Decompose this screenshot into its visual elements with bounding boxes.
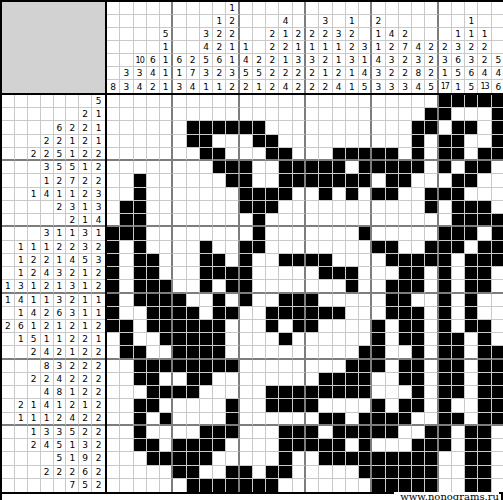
- cell-r20-c26[interactable]: [439, 346, 452, 359]
- cell-r22-c25[interactable]: [425, 373, 438, 386]
- cell-r7-c27[interactable]: [452, 174, 465, 187]
- cell-r14-c8[interactable]: [200, 267, 213, 280]
- cell-r16-c19[interactable]: [346, 294, 359, 307]
- cell-r9-c12[interactable]: [253, 201, 266, 214]
- cell-r4-c19[interactable]: [346, 135, 359, 148]
- cell-r30-c6[interactable]: [173, 479, 186, 492]
- cell-r9-c16[interactable]: [306, 201, 319, 214]
- cell-r11-c5[interactable]: [160, 227, 173, 240]
- cell-r28-c4[interactable]: [147, 452, 160, 465]
- cell-r23-c1[interactable]: [107, 386, 120, 399]
- cell-r4-c30[interactable]: [492, 135, 503, 148]
- cell-r19-c18[interactable]: [333, 333, 346, 346]
- cell-r30-c26[interactable]: [439, 479, 452, 492]
- cell-r2-c10[interactable]: [226, 108, 239, 121]
- cell-r15-c16[interactable]: [306, 280, 319, 293]
- cell-r2-c19[interactable]: [346, 108, 359, 121]
- cell-r1-c26[interactable]: [439, 95, 452, 108]
- cell-r10-c20[interactable]: [359, 214, 372, 227]
- cell-r7-c5[interactable]: [160, 174, 173, 187]
- cell-r14-c27[interactable]: [452, 267, 465, 280]
- cell-r20-c14[interactable]: [279, 346, 292, 359]
- cell-r27-c6[interactable]: [173, 439, 186, 452]
- cell-r6-c7[interactable]: [187, 161, 200, 174]
- cell-r16-c12[interactable]: [253, 294, 266, 307]
- cell-r14-c28[interactable]: [465, 267, 478, 280]
- cell-r10-c11[interactable]: [240, 214, 253, 227]
- cell-r22-c2[interactable]: [120, 373, 133, 386]
- cell-r26-c6[interactable]: [173, 426, 186, 439]
- cell-r12-c5[interactable]: [160, 241, 173, 254]
- cell-r6-c1[interactable]: [107, 161, 120, 174]
- cell-r19-c13[interactable]: [266, 333, 279, 346]
- cell-r2-c29[interactable]: [478, 108, 491, 121]
- cell-r28-c14[interactable]: [279, 452, 292, 465]
- cell-r8-c26[interactable]: [439, 188, 452, 201]
- cell-r15-c8[interactable]: [200, 280, 213, 293]
- cell-r10-c12[interactable]: [253, 214, 266, 227]
- cell-r8-c14[interactable]: [279, 188, 292, 201]
- cell-r2-c18[interactable]: [333, 108, 346, 121]
- cell-r18-c13[interactable]: [266, 320, 279, 333]
- cell-r24-c7[interactable]: [187, 399, 200, 412]
- cell-r26-c30[interactable]: [492, 426, 503, 439]
- cell-r21-c20[interactable]: [359, 360, 372, 373]
- cell-r5-c8[interactable]: [200, 148, 213, 161]
- cell-r7-c14[interactable]: [279, 174, 292, 187]
- cell-r26-c28[interactable]: [465, 426, 478, 439]
- cell-r22-c27[interactable]: [452, 373, 465, 386]
- cell-r13-c10[interactable]: [226, 254, 239, 267]
- cell-r14-c26[interactable]: [439, 267, 452, 280]
- cell-r10-c22[interactable]: [386, 214, 399, 227]
- cell-r18-c2[interactable]: [120, 320, 133, 333]
- cell-r11-c11[interactable]: [240, 227, 253, 240]
- cell-r16-c23[interactable]: [399, 294, 412, 307]
- cell-r5-c29[interactable]: [478, 148, 491, 161]
- cell-r29-c12[interactable]: [253, 466, 266, 479]
- cell-r16-c2[interactable]: [120, 294, 133, 307]
- cell-r10-c25[interactable]: [425, 214, 438, 227]
- cell-r15-c5[interactable]: [160, 280, 173, 293]
- cell-r24-c27[interactable]: [452, 399, 465, 412]
- cell-r25-c18[interactable]: [333, 413, 346, 426]
- cell-r3-c13[interactable]: [266, 121, 279, 134]
- cell-r28-c15[interactable]: [293, 452, 306, 465]
- cell-r24-c2[interactable]: [120, 399, 133, 412]
- cell-r3-c5[interactable]: [160, 121, 173, 134]
- cell-r10-c15[interactable]: [293, 214, 306, 227]
- cell-r24-c10[interactable]: [226, 399, 239, 412]
- cell-r13-c13[interactable]: [266, 254, 279, 267]
- cell-r19-c9[interactable]: [213, 333, 226, 346]
- cell-r17-c8[interactable]: [200, 307, 213, 320]
- cell-r4-c6[interactable]: [173, 135, 186, 148]
- cell-r1-c2[interactable]: [120, 95, 133, 108]
- cell-r21-c15[interactable]: [293, 360, 306, 373]
- cell-r21-c25[interactable]: [425, 360, 438, 373]
- cell-r21-c21[interactable]: [372, 360, 385, 373]
- cell-r7-c15[interactable]: [293, 174, 306, 187]
- cell-r4-c3[interactable]: [134, 135, 147, 148]
- cell-r23-c28[interactable]: [465, 386, 478, 399]
- cell-r17-c14[interactable]: [279, 307, 292, 320]
- cell-r25-c3[interactable]: [134, 413, 147, 426]
- cell-r23-c16[interactable]: [306, 386, 319, 399]
- cell-r22-c20[interactable]: [359, 373, 372, 386]
- cell-r26-c27[interactable]: [452, 426, 465, 439]
- cell-r18-c23[interactable]: [399, 320, 412, 333]
- cell-r25-c30[interactable]: [492, 413, 503, 426]
- cell-r4-c18[interactable]: [333, 135, 346, 148]
- cell-r4-c22[interactable]: [386, 135, 399, 148]
- cell-r8-c4[interactable]: [147, 188, 160, 201]
- cell-r30-c28[interactable]: [465, 479, 478, 492]
- cell-r6-c18[interactable]: [333, 161, 346, 174]
- cell-r8-c7[interactable]: [187, 188, 200, 201]
- cell-r14-c18[interactable]: [333, 267, 346, 280]
- cell-r20-c25[interactable]: [425, 346, 438, 359]
- cell-r26-c22[interactable]: [386, 426, 399, 439]
- cell-r1-c21[interactable]: [372, 95, 385, 108]
- cell-r2-c17[interactable]: [319, 108, 332, 121]
- cell-r17-c27[interactable]: [452, 307, 465, 320]
- cell-r22-c23[interactable]: [399, 373, 412, 386]
- cell-r27-c20[interactable]: [359, 439, 372, 452]
- cell-r6-c11[interactable]: [240, 161, 253, 174]
- cell-r22-c28[interactable]: [465, 373, 478, 386]
- cell-r10-c9[interactable]: [213, 214, 226, 227]
- cell-r30-c24[interactable]: [412, 479, 425, 492]
- cell-r22-c7[interactable]: [187, 373, 200, 386]
- cell-r6-c9[interactable]: [213, 161, 226, 174]
- cell-r15-c11[interactable]: [240, 280, 253, 293]
- cell-r24-c6[interactable]: [173, 399, 186, 412]
- cell-r9-c8[interactable]: [200, 201, 213, 214]
- cell-r28-c23[interactable]: [399, 452, 412, 465]
- cell-r19-c7[interactable]: [187, 333, 200, 346]
- cell-r18-c24[interactable]: [412, 320, 425, 333]
- cell-r12-c11[interactable]: [240, 241, 253, 254]
- cell-r22-c13[interactable]: [266, 373, 279, 386]
- cell-r4-c5[interactable]: [160, 135, 173, 148]
- cell-r25-c26[interactable]: [439, 413, 452, 426]
- cell-r9-c1[interactable]: [107, 201, 120, 214]
- cell-r7-c30[interactable]: [492, 174, 503, 187]
- cell-r15-c6[interactable]: [173, 280, 186, 293]
- cell-r23-c21[interactable]: [372, 386, 385, 399]
- cell-r17-c3[interactable]: [134, 307, 147, 320]
- cell-r12-c15[interactable]: [293, 241, 306, 254]
- cell-r26-c13[interactable]: [266, 426, 279, 439]
- cell-r13-c29[interactable]: [478, 254, 491, 267]
- cell-r6-c16[interactable]: [306, 161, 319, 174]
- cell-r26-c21[interactable]: [372, 426, 385, 439]
- cell-r28-c2[interactable]: [120, 452, 133, 465]
- cell-r15-c4[interactable]: [147, 280, 160, 293]
- cell-r28-c17[interactable]: [319, 452, 332, 465]
- cell-r3-c6[interactable]: [173, 121, 186, 134]
- cell-r3-c2[interactable]: [120, 121, 133, 134]
- cell-r17-c24[interactable]: [412, 307, 425, 320]
- cell-r17-c11[interactable]: [240, 307, 253, 320]
- cell-r20-c7[interactable]: [187, 346, 200, 359]
- cell-r13-c1[interactable]: [107, 254, 120, 267]
- cell-r5-c1[interactable]: [107, 148, 120, 161]
- cell-r15-c22[interactable]: [386, 280, 399, 293]
- cell-r5-c25[interactable]: [425, 148, 438, 161]
- cell-r27-c22[interactable]: [386, 439, 399, 452]
- cell-r15-c20[interactable]: [359, 280, 372, 293]
- cell-r16-c3[interactable]: [134, 294, 147, 307]
- cell-r23-c7[interactable]: [187, 386, 200, 399]
- cell-r14-c30[interactable]: [492, 267, 503, 280]
- cell-r20-c30[interactable]: [492, 346, 503, 359]
- cell-r26-c15[interactable]: [293, 426, 306, 439]
- cell-r16-c18[interactable]: [333, 294, 346, 307]
- cell-r10-c8[interactable]: [200, 214, 213, 227]
- cell-r19-c2[interactable]: [120, 333, 133, 346]
- cell-r13-c6[interactable]: [173, 254, 186, 267]
- cell-r1-c6[interactable]: [173, 95, 186, 108]
- cell-r22-c19[interactable]: [346, 373, 359, 386]
- cell-r4-c28[interactable]: [465, 135, 478, 148]
- cell-r20-c5[interactable]: [160, 346, 173, 359]
- cell-r29-c22[interactable]: [386, 466, 399, 479]
- cell-r13-c4[interactable]: [147, 254, 160, 267]
- cell-r14-c19[interactable]: [346, 267, 359, 280]
- cell-r6-c15[interactable]: [293, 161, 306, 174]
- cell-r12-c19[interactable]: [346, 241, 359, 254]
- cell-r17-c7[interactable]: [187, 307, 200, 320]
- cell-r8-c30[interactable]: [492, 188, 503, 201]
- cell-r6-c28[interactable]: [465, 161, 478, 174]
- cell-r19-c26[interactable]: [439, 333, 452, 346]
- cell-r16-c14[interactable]: [279, 294, 292, 307]
- cell-r10-c29[interactable]: [478, 214, 491, 227]
- cell-r3-c15[interactable]: [293, 121, 306, 134]
- cell-r6-c21[interactable]: [372, 161, 385, 174]
- cell-r6-c14[interactable]: [279, 161, 292, 174]
- cell-r11-c3[interactable]: [134, 227, 147, 240]
- cell-r27-c26[interactable]: [439, 439, 452, 452]
- cell-r22-c24[interactable]: [412, 373, 425, 386]
- cell-r10-c10[interactable]: [226, 214, 239, 227]
- cell-r16-c21[interactable]: [372, 294, 385, 307]
- cell-r1-c22[interactable]: [386, 95, 399, 108]
- cell-r28-c26[interactable]: [439, 452, 452, 465]
- cell-r23-c12[interactable]: [253, 386, 266, 399]
- cell-r18-c5[interactable]: [160, 320, 173, 333]
- cell-r4-c12[interactable]: [253, 135, 266, 148]
- cell-r30-c12[interactable]: [253, 479, 266, 492]
- cell-r10-c2[interactable]: [120, 214, 133, 227]
- cell-r24-c8[interactable]: [200, 399, 213, 412]
- cell-r5-c17[interactable]: [319, 148, 332, 161]
- cell-r5-c5[interactable]: [160, 148, 173, 161]
- cell-r27-c16[interactable]: [306, 439, 319, 452]
- cell-r29-c21[interactable]: [372, 466, 385, 479]
- cell-r20-c8[interactable]: [200, 346, 213, 359]
- cell-r17-c12[interactable]: [253, 307, 266, 320]
- cell-r25-c14[interactable]: [279, 413, 292, 426]
- cell-r29-c19[interactable]: [346, 466, 359, 479]
- cell-r10-c18[interactable]: [333, 214, 346, 227]
- cell-r27-c7[interactable]: [187, 439, 200, 452]
- cell-r30-c25[interactable]: [425, 479, 438, 492]
- cell-r5-c19[interactable]: [346, 148, 359, 161]
- cell-r19-c17[interactable]: [319, 333, 332, 346]
- cell-r29-c18[interactable]: [333, 466, 346, 479]
- cell-r17-c16[interactable]: [306, 307, 319, 320]
- cell-r29-c3[interactable]: [134, 466, 147, 479]
- cell-r10-c16[interactable]: [306, 214, 319, 227]
- cell-r22-c11[interactable]: [240, 373, 253, 386]
- cell-r19-c3[interactable]: [134, 333, 147, 346]
- cell-r2-c26[interactable]: [439, 108, 452, 121]
- cell-r29-c27[interactable]: [452, 466, 465, 479]
- cell-r22-c14[interactable]: [279, 373, 292, 386]
- cell-r22-c5[interactable]: [160, 373, 173, 386]
- cell-r15-c19[interactable]: [346, 280, 359, 293]
- cell-r2-c4[interactable]: [147, 108, 160, 121]
- cell-r3-c28[interactable]: [465, 121, 478, 134]
- cell-r1-c11[interactable]: [240, 95, 253, 108]
- cell-r25-c2[interactable]: [120, 413, 133, 426]
- cell-r29-c7[interactable]: [187, 466, 200, 479]
- cell-r8-c6[interactable]: [173, 188, 186, 201]
- cell-r22-c30[interactable]: [492, 373, 503, 386]
- cell-r25-c27[interactable]: [452, 413, 465, 426]
- cell-r18-c3[interactable]: [134, 320, 147, 333]
- cell-r3-c9[interactable]: [213, 121, 226, 134]
- cell-r22-c16[interactable]: [306, 373, 319, 386]
- cell-r26-c29[interactable]: [478, 426, 491, 439]
- cell-r13-c26[interactable]: [439, 254, 452, 267]
- cell-r19-c27[interactable]: [452, 333, 465, 346]
- cell-r15-c9[interactable]: [213, 280, 226, 293]
- cell-r27-c10[interactable]: [226, 439, 239, 452]
- cell-r7-c22[interactable]: [386, 174, 399, 187]
- cell-r29-c15[interactable]: [293, 466, 306, 479]
- cell-r17-c25[interactable]: [425, 307, 438, 320]
- cell-r7-c1[interactable]: [107, 174, 120, 187]
- cell-r26-c12[interactable]: [253, 426, 266, 439]
- cell-r13-c30[interactable]: [492, 254, 503, 267]
- cell-r22-c29[interactable]: [478, 373, 491, 386]
- cell-r30-c20[interactable]: [359, 479, 372, 492]
- cell-r23-c11[interactable]: [240, 386, 253, 399]
- cell-r15-c10[interactable]: [226, 280, 239, 293]
- cell-r17-c17[interactable]: [319, 307, 332, 320]
- cell-r13-c16[interactable]: [306, 254, 319, 267]
- cell-r22-c12[interactable]: [253, 373, 266, 386]
- cell-r26-c16[interactable]: [306, 426, 319, 439]
- cell-r6-c20[interactable]: [359, 161, 372, 174]
- cell-r28-c13[interactable]: [266, 452, 279, 465]
- cell-r13-c17[interactable]: [319, 254, 332, 267]
- cell-r24-c30[interactable]: [492, 399, 503, 412]
- cell-r2-c21[interactable]: [372, 108, 385, 121]
- cell-r12-c24[interactable]: [412, 241, 425, 254]
- cell-r29-c13[interactable]: [266, 466, 279, 479]
- cell-r27-c18[interactable]: [333, 439, 346, 452]
- cell-r19-c11[interactable]: [240, 333, 253, 346]
- cell-r12-c3[interactable]: [134, 241, 147, 254]
- cell-r25-c4[interactable]: [147, 413, 160, 426]
- cell-r16-c10[interactable]: [226, 294, 239, 307]
- cell-r11-c6[interactable]: [173, 227, 186, 240]
- cell-r24-c4[interactable]: [147, 399, 160, 412]
- cell-r2-c14[interactable]: [279, 108, 292, 121]
- cell-r2-c8[interactable]: [200, 108, 213, 121]
- cell-r2-c28[interactable]: [465, 108, 478, 121]
- cell-r16-c25[interactable]: [425, 294, 438, 307]
- cell-r30-c13[interactable]: [266, 479, 279, 492]
- cell-r28-c1[interactable]: [107, 452, 120, 465]
- cell-r18-c8[interactable]: [200, 320, 213, 333]
- cell-r20-c22[interactable]: [386, 346, 399, 359]
- cell-r3-c8[interactable]: [200, 121, 213, 134]
- cell-r7-c28[interactable]: [465, 174, 478, 187]
- cell-r1-c24[interactable]: [412, 95, 425, 108]
- cell-r21-c4[interactable]: [147, 360, 160, 373]
- cell-r15-c15[interactable]: [293, 280, 306, 293]
- cell-r6-c17[interactable]: [319, 161, 332, 174]
- cell-r24-c5[interactable]: [160, 399, 173, 412]
- cell-r28-c29[interactable]: [478, 452, 491, 465]
- cell-r28-c8[interactable]: [200, 452, 213, 465]
- cell-r25-c8[interactable]: [200, 413, 213, 426]
- cell-r4-c10[interactable]: [226, 135, 239, 148]
- cell-r24-c28[interactable]: [465, 399, 478, 412]
- cell-r23-c8[interactable]: [200, 386, 213, 399]
- cell-r19-c15[interactable]: [293, 333, 306, 346]
- cell-r22-c10[interactable]: [226, 373, 239, 386]
- cell-r11-c30[interactable]: [492, 227, 503, 240]
- cell-r8-c23[interactable]: [399, 188, 412, 201]
- cell-r7-c11[interactable]: [240, 174, 253, 187]
- cell-r19-c16[interactable]: [306, 333, 319, 346]
- cell-r17-c4[interactable]: [147, 307, 160, 320]
- cell-r4-c20[interactable]: [359, 135, 372, 148]
- cell-r29-c29[interactable]: [478, 466, 491, 479]
- cell-r18-c30[interactable]: [492, 320, 503, 333]
- cell-r26-c1[interactable]: [107, 426, 120, 439]
- cell-r15-c13[interactable]: [266, 280, 279, 293]
- cell-r30-c15[interactable]: [293, 479, 306, 492]
- cell-r30-c18[interactable]: [333, 479, 346, 492]
- cell-r27-c24[interactable]: [412, 439, 425, 452]
- cell-r30-c10[interactable]: [226, 479, 239, 492]
- cell-r18-c25[interactable]: [425, 320, 438, 333]
- cell-r21-c14[interactable]: [279, 360, 292, 373]
- cell-r18-c12[interactable]: [253, 320, 266, 333]
- cell-r3-c10[interactable]: [226, 121, 239, 134]
- cell-r25-c22[interactable]: [386, 413, 399, 426]
- cell-r24-c13[interactable]: [266, 399, 279, 412]
- cell-r19-c24[interactable]: [412, 333, 425, 346]
- cell-r18-c22[interactable]: [386, 320, 399, 333]
- cell-r12-c28[interactable]: [465, 241, 478, 254]
- cell-r27-c2[interactable]: [120, 439, 133, 452]
- cell-r30-c21[interactable]: [372, 479, 385, 492]
- cell-r14-c15[interactable]: [293, 267, 306, 280]
- cell-r12-c13[interactable]: [266, 241, 279, 254]
- cell-r11-c13[interactable]: [266, 227, 279, 240]
- cell-r12-c18[interactable]: [333, 241, 346, 254]
- cell-r29-c1[interactable]: [107, 466, 120, 479]
